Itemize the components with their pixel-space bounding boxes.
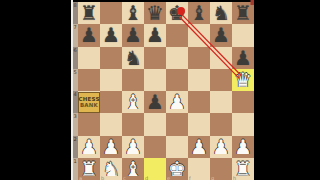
square-b5[interactable]	[100, 69, 122, 91]
square-h4[interactable]	[232, 91, 254, 113]
square-h6[interactable]: ♟	[232, 47, 254, 69]
square-c6[interactable]: ♞	[122, 47, 144, 69]
square-d1[interactable]: d	[144, 158, 166, 180]
piece-black-pawn[interactable]: ♟	[212, 24, 230, 46]
piece-white-rook[interactable]: ♜	[234, 158, 252, 180]
square-f1[interactable]: f	[188, 158, 210, 180]
square-g5[interactable]	[210, 69, 232, 91]
file-label: d	[145, 176, 148, 180]
square-h2[interactable]: ♟	[232, 136, 254, 158]
square-h1[interactable]: ♜h	[232, 158, 254, 180]
square-a8[interactable]: ♜	[78, 2, 100, 24]
square-h5[interactable]: ♛	[232, 69, 254, 91]
square-g6[interactable]	[210, 47, 232, 69]
file-label: h	[233, 176, 236, 180]
square-f4[interactable]	[188, 91, 210, 113]
piece-white-pawn[interactable]: ♟	[168, 91, 186, 113]
square-c1[interactable]: ♝c	[122, 158, 144, 180]
file-label: c	[123, 176, 126, 180]
square-c2[interactable]: ♟	[122, 136, 144, 158]
file-label: g	[211, 176, 214, 180]
video-frame: 87654321 ♜♝♛♚♝♞♜♟♟♟♟♟♞♟♛♝♟♟♟♟♟♟♟♟♜a♞b♝cd…	[0, 0, 320, 180]
square-d5[interactable]	[144, 69, 166, 91]
square-e4[interactable]: ♟	[166, 91, 188, 113]
square-e6[interactable]	[166, 47, 188, 69]
chess-bank-logo: CHESS BANK	[78, 92, 100, 113]
square-d8[interactable]: ♛	[144, 2, 166, 24]
square-e2[interactable]	[166, 136, 188, 158]
file-label: b	[101, 176, 104, 180]
piece-white-knight[interactable]: ♞	[102, 158, 120, 180]
square-d2[interactable]	[144, 136, 166, 158]
square-b3[interactable]	[100, 113, 122, 135]
square-c5[interactable]	[122, 69, 144, 91]
square-a2[interactable]: ♟	[78, 136, 100, 158]
piece-black-bishop[interactable]: ♝	[190, 2, 208, 24]
piece-white-bishop[interactable]: ♝	[124, 158, 142, 180]
square-f6[interactable]	[188, 47, 210, 69]
square-d6[interactable]	[144, 47, 166, 69]
logo-line2: BANK	[80, 102, 98, 108]
square-c8[interactable]: ♝	[122, 2, 144, 24]
piece-white-pawn[interactable]: ♟	[234, 136, 252, 158]
piece-black-pawn[interactable]: ♟	[80, 24, 98, 46]
square-b6[interactable]	[100, 47, 122, 69]
piece-white-pawn[interactable]: ♟	[80, 136, 98, 158]
square-e8[interactable]: ♚	[166, 2, 188, 24]
square-d7[interactable]: ♟	[144, 24, 166, 46]
piece-white-king[interactable]: ♚	[168, 158, 186, 180]
square-e3[interactable]	[166, 113, 188, 135]
piece-black-pawn[interactable]: ♟	[234, 47, 252, 69]
square-a7[interactable]: ♟	[78, 24, 100, 46]
square-c7[interactable]: ♟	[122, 24, 144, 46]
piece-white-bishop[interactable]: ♝	[124, 91, 142, 113]
piece-black-pawn[interactable]: ♟	[146, 24, 164, 46]
square-f7[interactable]	[188, 24, 210, 46]
square-b4[interactable]	[100, 91, 122, 113]
square-b7[interactable]: ♟	[100, 24, 122, 46]
square-g2[interactable]: ♟	[210, 136, 232, 158]
square-a3[interactable]	[78, 113, 100, 135]
piece-black-knight[interactable]: ♞	[212, 2, 230, 24]
square-f8[interactable]: ♝	[188, 2, 210, 24]
square-g3[interactable]	[210, 113, 232, 135]
square-e1[interactable]: ♚e	[166, 158, 188, 180]
square-c3[interactable]	[122, 113, 144, 135]
file-label: e	[167, 176, 170, 180]
file-label: a	[79, 176, 82, 180]
piece-black-rook[interactable]: ♜	[80, 2, 98, 24]
piece-white-pawn[interactable]: ♟	[124, 136, 142, 158]
piece-white-pawn[interactable]: ♟	[212, 136, 230, 158]
chess-board[interactable]: ♜♝♛♚♝♞♜♟♟♟♟♟♞♟♛♝♟♟♟♟♟♟♟♟♜a♞b♝cd♚efg♜h	[78, 2, 254, 180]
square-d4[interactable]: ♟	[144, 91, 166, 113]
piece-black-pawn[interactable]: ♟	[124, 24, 142, 46]
piece-black-queen[interactable]: ♛	[146, 2, 164, 24]
file-label: f	[189, 176, 191, 180]
square-h3[interactable]	[232, 113, 254, 135]
square-g7[interactable]: ♟	[210, 24, 232, 46]
square-a1[interactable]: ♜a	[78, 158, 100, 180]
square-g8[interactable]: ♞	[210, 2, 232, 24]
square-b2[interactable]: ♟	[100, 136, 122, 158]
square-f5[interactable]	[188, 69, 210, 91]
piece-black-king[interactable]: ♚	[168, 2, 186, 24]
piece-black-knight[interactable]: ♞	[124, 47, 142, 69]
square-d3[interactable]	[144, 113, 166, 135]
square-g1[interactable]: g	[210, 158, 232, 180]
piece-white-queen[interactable]: ♛	[234, 69, 252, 91]
square-a6[interactable]	[78, 47, 100, 69]
square-b1[interactable]: ♞b	[100, 158, 122, 180]
piece-white-pawn[interactable]: ♟	[102, 136, 120, 158]
piece-white-pawn[interactable]: ♟	[190, 136, 208, 158]
square-e5[interactable]	[166, 69, 188, 91]
square-c4[interactable]: ♝	[122, 91, 144, 113]
square-g4[interactable]	[210, 91, 232, 113]
square-f2[interactable]: ♟	[188, 136, 210, 158]
square-b8[interactable]	[100, 2, 122, 24]
square-a5[interactable]	[78, 69, 100, 91]
piece-black-rook[interactable]: ♜	[234, 2, 252, 24]
piece-black-pawn[interactable]: ♟	[146, 91, 164, 113]
square-f3[interactable]	[188, 113, 210, 135]
piece-black-pawn[interactable]: ♟	[102, 24, 120, 46]
piece-black-bishop[interactable]: ♝	[124, 2, 142, 24]
square-h7[interactable]	[232, 24, 254, 46]
piece-white-rook[interactable]: ♜	[80, 158, 98, 180]
square-e7[interactable]	[166, 24, 188, 46]
square-h8[interactable]: ♜	[232, 2, 254, 24]
